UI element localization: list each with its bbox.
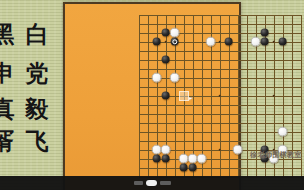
player-time-right xyxy=(160,181,171,185)
black-stone xyxy=(278,37,287,46)
hover-cursor-square xyxy=(179,91,189,101)
white-label: 白 xyxy=(25,22,49,46)
star-point xyxy=(272,94,275,97)
star-point xyxy=(164,40,167,43)
white-stone xyxy=(169,72,180,83)
channel-watermark: 徐老师围棋教室 xyxy=(250,150,304,160)
black-stone xyxy=(260,37,269,46)
player-name-char: 申 xyxy=(0,61,15,85)
go-board[interactable] xyxy=(63,2,241,190)
star-point xyxy=(218,148,221,151)
black-stone xyxy=(260,28,269,37)
black-stone xyxy=(161,28,170,37)
player-name-char: 真 xyxy=(0,97,15,121)
black-stone xyxy=(179,163,188,172)
mouse-cursor-icon xyxy=(188,96,193,100)
video-player-bar[interactable] xyxy=(0,176,304,190)
player-toggle[interactable] xyxy=(146,180,157,186)
black-stone xyxy=(161,55,170,64)
white-stone xyxy=(205,36,216,47)
white-stone xyxy=(277,126,288,137)
star-point xyxy=(218,94,221,97)
black-stone xyxy=(161,154,170,163)
player-name-char: 飞 xyxy=(25,129,49,153)
white-stone xyxy=(232,144,243,155)
black-stone xyxy=(188,163,197,172)
black-stone xyxy=(161,91,170,100)
black-stone xyxy=(152,154,161,163)
white-stone xyxy=(196,153,207,164)
black-label: 黑 xyxy=(0,22,15,46)
player-name-char: 谞 xyxy=(0,129,15,153)
black-stone xyxy=(152,37,161,46)
video-frame: 黑 白 申真谞 党毅飞 徐老师围棋教室 xyxy=(0,0,304,190)
player-time-left xyxy=(134,181,143,185)
player-name-char: 党 xyxy=(25,61,49,85)
player-name-char: 毅 xyxy=(25,97,49,121)
white-stone xyxy=(151,72,162,83)
star-point xyxy=(272,40,275,43)
star-point xyxy=(218,40,221,43)
black-stone xyxy=(224,37,233,46)
